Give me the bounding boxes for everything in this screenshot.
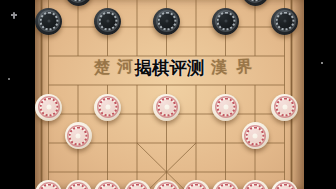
black-piece-back-pattern xyxy=(69,0,88,2)
black-piece-back-pattern xyxy=(98,12,117,31)
black-piece-back-pattern xyxy=(275,12,294,31)
white-facedown-piece[interactable] xyxy=(35,94,62,121)
letterbox-left xyxy=(0,0,35,189)
white-facedown-piece[interactable] xyxy=(65,122,92,149)
black-piece-back-pattern xyxy=(39,12,58,31)
white-facedown-piece[interactable] xyxy=(271,94,298,121)
white-piece-back-pattern xyxy=(128,184,147,189)
white-piece-back-pattern xyxy=(69,126,88,145)
white-piece-back-pattern xyxy=(39,184,58,189)
white-facedown-piece[interactable] xyxy=(242,122,269,149)
white-piece-back-pattern xyxy=(216,98,235,117)
white-piece-back-pattern xyxy=(246,126,265,145)
white-piece-back-pattern xyxy=(275,184,294,189)
caption-text: 揭棋评测 xyxy=(134,56,204,80)
river-label-chu-he: 楚河 xyxy=(94,56,141,79)
black-facedown-piece[interactable] xyxy=(35,8,62,35)
letterbox-right xyxy=(304,0,336,189)
black-facedown-piece[interactable] xyxy=(153,8,180,35)
video-noise-speck xyxy=(13,12,15,19)
white-facedown-piece[interactable] xyxy=(212,94,239,121)
river-label-han-jie: 漢界 xyxy=(211,56,262,79)
black-facedown-piece[interactable] xyxy=(212,8,239,35)
white-piece-back-pattern xyxy=(157,98,176,117)
white-piece-back-pattern xyxy=(275,98,294,117)
black-piece-back-pattern xyxy=(157,12,176,31)
white-piece-back-pattern xyxy=(216,184,235,189)
white-piece-back-pattern xyxy=(98,184,117,189)
xiangqi-board[interactable]: 楚河 漢界 xyxy=(35,0,304,189)
white-piece-back-pattern xyxy=(69,184,88,189)
white-piece-back-pattern xyxy=(187,184,206,189)
black-facedown-piece[interactable] xyxy=(94,8,121,35)
video-noise-speck xyxy=(321,62,323,64)
black-piece-back-pattern xyxy=(246,0,265,2)
white-facedown-piece[interactable] xyxy=(94,94,121,121)
black-facedown-piece[interactable] xyxy=(271,8,298,35)
video-frame: 楚河 漢界 揭棋评测 xyxy=(0,0,336,189)
white-piece-back-pattern xyxy=(39,98,58,117)
white-piece-back-pattern xyxy=(98,98,117,117)
video-noise-speck xyxy=(8,78,10,80)
white-facedown-piece[interactable] xyxy=(153,94,180,121)
white-piece-back-pattern xyxy=(246,184,265,189)
white-piece-back-pattern xyxy=(157,184,176,189)
black-piece-back-pattern xyxy=(216,12,235,31)
